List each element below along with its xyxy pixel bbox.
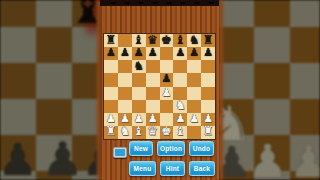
square-e5[interactable]: ♟ <box>160 73 174 86</box>
top-dark-band <box>100 0 219 6</box>
square-b4[interactable] <box>118 87 132 100</box>
piece-white-pawn[interactable]: ♟ <box>162 87 172 98</box>
piece-white-rook[interactable]: ♜ <box>106 125 117 137</box>
piece-white-pawn[interactable]: ♟ <box>175 113 185 124</box>
piece-black-knight[interactable]: ♞ <box>189 34 200 46</box>
square-d4[interactable] <box>146 87 160 100</box>
piece-white-pawn[interactable]: ♟ <box>189 113 199 124</box>
piece-white-pawn[interactable]: ♟ <box>120 113 130 124</box>
square-h7[interactable]: ♟ <box>201 47 215 60</box>
square-h5[interactable] <box>201 73 215 86</box>
piece-black-king[interactable]: ♚ <box>161 34 172 46</box>
square-b5[interactable] <box>118 73 132 86</box>
square-d7[interactable]: ♟ <box>146 47 160 60</box>
square-f7[interactable]: ♟ <box>173 47 187 60</box>
square-g6[interactable] <box>187 60 201 73</box>
square-f8[interactable]: ♝ <box>173 34 187 47</box>
square-h1[interactable]: ♜ <box>201 126 215 139</box>
square-d1[interactable]: ♛ <box>146 126 160 139</box>
square-e8[interactable]: ♚ <box>160 34 174 47</box>
square-f3[interactable]: ♞ <box>173 100 187 113</box>
square-c4[interactable] <box>132 87 146 100</box>
piece-white-pawn[interactable]: ♟ <box>106 113 116 124</box>
mini-screen-icon[interactable] <box>113 147 127 158</box>
back-button[interactable]: Back <box>189 161 215 176</box>
piece-white-pawn[interactable]: ♟ <box>203 113 213 124</box>
square-c1[interactable]: ♝ <box>132 126 146 139</box>
square-e4[interactable]: ♟ <box>160 87 174 100</box>
square-e6[interactable] <box>160 60 174 73</box>
piece-white-king[interactable]: ♚ <box>161 125 172 137</box>
square-e1[interactable]: ♚ <box>160 126 174 139</box>
square-g5[interactable] <box>187 73 201 86</box>
blurred-white-pawn-icon: ♟ <box>247 138 288 180</box>
square-e7[interactable] <box>160 47 174 60</box>
piece-black-pawn[interactable]: ♟ <box>120 47 130 58</box>
blurred-white-pawn-icon: ♟ <box>289 140 320 180</box>
chess-board: ♜♝♛♚♝♞♜♟♟♟♟♟♟♟♞♟♟♞♟♟♟♟♟♟♟♜♞♝♛♚♝♜ <box>103 33 216 140</box>
square-h3[interactable] <box>201 100 215 113</box>
square-f5[interactable] <box>173 73 187 86</box>
piece-black-bishop[interactable]: ♝ <box>175 34 186 46</box>
option-button[interactable]: Option <box>157 141 185 156</box>
square-d3[interactable] <box>146 100 160 113</box>
square-h4[interactable] <box>201 87 215 100</box>
piece-white-knight[interactable]: ♞ <box>119 125 130 137</box>
square-g1[interactable] <box>187 126 201 139</box>
blurred-black-pawn-icon: ♟ <box>0 138 37 180</box>
piece-black-pawn[interactable]: ♟ <box>134 47 144 58</box>
piece-black-pawn[interactable]: ♟ <box>189 47 199 58</box>
square-g7[interactable]: ♟ <box>187 47 201 60</box>
square-a3[interactable] <box>104 100 118 113</box>
piece-black-bishop[interactable]: ♝ <box>133 34 144 46</box>
square-b6[interactable] <box>118 60 132 73</box>
piece-black-rook[interactable]: ♜ <box>106 34 117 46</box>
square-c8[interactable]: ♝ <box>132 34 146 47</box>
square-b3[interactable] <box>118 100 132 113</box>
square-f6[interactable] <box>173 60 187 73</box>
piece-black-pawn[interactable]: ♟ <box>106 47 116 58</box>
blurred-white-knight-icon: ♞ <box>219 100 252 148</box>
undo-button[interactable]: Undo <box>189 141 214 156</box>
piece-white-pawn[interactable]: ♟ <box>134 113 144 124</box>
square-c5[interactable] <box>132 73 146 86</box>
square-h6[interactable] <box>201 60 215 73</box>
square-g4[interactable] <box>187 87 201 100</box>
chess-app-window: ♜♝♛♚♝♞♜♟♟♟♟♟♟♟♞♟♟♞♟♟♟♟♟♟♟♜♞♝♛♚♝♜ New Opt… <box>100 0 219 180</box>
square-c6[interactable]: ♞ <box>132 60 146 73</box>
square-a5[interactable] <box>104 73 118 86</box>
piece-black-knight[interactable]: ♞ <box>133 60 144 72</box>
square-b7[interactable]: ♟ <box>118 47 132 60</box>
square-f1[interactable]: ♝ <box>173 126 187 139</box>
square-h8[interactable]: ♜ <box>201 34 215 47</box>
piece-white-rook[interactable]: ♜ <box>203 125 214 137</box>
square-b1[interactable]: ♞ <box>118 126 132 139</box>
square-g3[interactable] <box>187 100 201 113</box>
square-d8[interactable]: ♛ <box>146 34 160 47</box>
square-a6[interactable] <box>104 60 118 73</box>
piece-white-bishop[interactable]: ♝ <box>133 125 144 137</box>
square-a8[interactable]: ♜ <box>104 34 118 47</box>
piece-black-pawn[interactable]: ♟ <box>175 47 185 58</box>
square-e3[interactable] <box>160 100 174 113</box>
piece-black-pawn[interactable]: ♟ <box>162 73 172 84</box>
square-d6[interactable] <box>146 60 160 73</box>
square-c3[interactable] <box>132 100 146 113</box>
blurred-background-right: ♞ ♟ ♟ ♟ <box>219 0 320 180</box>
piece-white-bishop[interactable]: ♝ <box>175 125 186 137</box>
new-button[interactable]: New <box>129 141 153 156</box>
square-d5[interactable] <box>146 73 160 86</box>
menu-button[interactable]: Menu <box>129 161 156 176</box>
piece-black-queen[interactable]: ♛ <box>147 34 158 46</box>
blurred-black-pawn-icon: ♟ <box>219 142 251 180</box>
square-a7[interactable]: ♟ <box>104 47 118 60</box>
right-edge-glow <box>219 0 223 180</box>
square-a4[interactable] <box>104 87 118 100</box>
piece-black-pawn[interactable]: ♟ <box>148 47 158 58</box>
piece-white-knight[interactable]: ♞ <box>175 99 186 111</box>
piece-black-pawn[interactable]: ♟ <box>203 47 213 58</box>
blurred-background-left: ♝ ♟ ♟ ♟ <box>0 0 100 180</box>
square-g8[interactable]: ♞ <box>187 34 201 47</box>
piece-white-queen[interactable]: ♛ <box>147 125 158 137</box>
piece-white-pawn[interactable]: ♟ <box>148 113 158 124</box>
square-b8[interactable] <box>118 34 132 47</box>
hint-button[interactable]: Hint <box>160 161 185 176</box>
square-a1[interactable]: ♜ <box>104 126 118 139</box>
blurred-black-pawn-icon: ♟ <box>42 136 83 180</box>
piece-black-rook[interactable]: ♜ <box>203 34 214 46</box>
square-g2[interactable]: ♟ <box>187 113 201 126</box>
